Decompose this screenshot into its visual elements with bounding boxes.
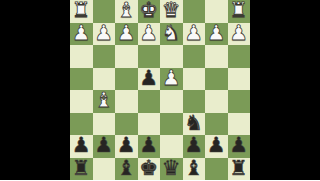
piece-black-pawn[interactable]: ♟ (117, 134, 136, 157)
square-g8[interactable] (93, 158, 116, 181)
square-a1[interactable]: ♜ (228, 0, 251, 23)
square-a7[interactable]: ♟ (228, 135, 251, 158)
square-b6[interactable] (205, 113, 228, 136)
piece-white-knight[interactable]: ♞ (162, 22, 181, 45)
piece-black-pawn[interactable]: ♟ (139, 67, 158, 90)
square-d4[interactable]: ♟ (160, 68, 183, 91)
piece-white-pawn[interactable]: ♟ (94, 22, 113, 45)
square-d5[interactable] (160, 90, 183, 113)
square-d3[interactable] (160, 45, 183, 68)
chess-board[interactable]: ♜♝♚♛♜♟♟♟♟♞♟♟♟♟♟♝♞♟♟♟♟♟♟♟♜♝♚♛♝♜ (70, 0, 250, 180)
square-g5[interactable]: ♝ (93, 90, 116, 113)
piece-black-knight[interactable]: ♞ (184, 112, 203, 135)
square-g1[interactable] (93, 0, 116, 23)
square-e5[interactable] (138, 90, 161, 113)
square-b1[interactable] (205, 0, 228, 23)
square-a8[interactable]: ♜ (228, 158, 251, 181)
piece-black-rook[interactable]: ♜ (229, 157, 248, 180)
square-a5[interactable] (228, 90, 251, 113)
piece-black-pawn[interactable]: ♟ (72, 134, 91, 157)
square-f6[interactable] (115, 113, 138, 136)
square-e2[interactable]: ♟ (138, 23, 161, 46)
square-d6[interactable] (160, 113, 183, 136)
square-f1[interactable]: ♝ (115, 0, 138, 23)
square-b4[interactable] (205, 68, 228, 91)
piece-white-pawn[interactable]: ♟ (184, 22, 203, 45)
piece-white-pawn[interactable]: ♟ (139, 22, 158, 45)
square-a2[interactable]: ♟ (228, 23, 251, 46)
piece-white-pawn[interactable]: ♟ (117, 22, 136, 45)
square-g6[interactable] (93, 113, 116, 136)
square-b3[interactable] (205, 45, 228, 68)
square-f5[interactable] (115, 90, 138, 113)
square-h4[interactable] (70, 68, 93, 91)
square-d7[interactable] (160, 135, 183, 158)
piece-white-pawn[interactable]: ♟ (229, 22, 248, 45)
square-c7[interactable]: ♟ (183, 135, 206, 158)
piece-black-pawn[interactable]: ♟ (229, 134, 248, 157)
piece-white-queen[interactable]: ♛ (162, 0, 181, 22)
square-h8[interactable]: ♜ (70, 158, 93, 181)
piece-white-bishop[interactable]: ♝ (94, 89, 113, 112)
square-a4[interactable] (228, 68, 251, 91)
square-f8[interactable]: ♝ (115, 158, 138, 181)
square-c6[interactable]: ♞ (183, 113, 206, 136)
piece-black-pawn[interactable]: ♟ (94, 134, 113, 157)
piece-white-rook[interactable]: ♜ (229, 0, 248, 22)
square-f3[interactable] (115, 45, 138, 68)
square-h2[interactable]: ♟ (70, 23, 93, 46)
square-h6[interactable] (70, 113, 93, 136)
square-b5[interactable] (205, 90, 228, 113)
square-f7[interactable]: ♟ (115, 135, 138, 158)
square-d8[interactable]: ♛ (160, 158, 183, 181)
square-c2[interactable]: ♟ (183, 23, 206, 46)
square-c8[interactable]: ♝ (183, 158, 206, 181)
piece-black-pawn[interactable]: ♟ (207, 134, 226, 157)
square-e1[interactable]: ♚ (138, 0, 161, 23)
square-e3[interactable] (138, 45, 161, 68)
piece-black-king[interactable]: ♚ (139, 157, 158, 180)
piece-black-bishop[interactable]: ♝ (184, 157, 203, 180)
square-e4[interactable]: ♟ (138, 68, 161, 91)
square-b7[interactable]: ♟ (205, 135, 228, 158)
square-c4[interactable] (183, 68, 206, 91)
square-f2[interactable]: ♟ (115, 23, 138, 46)
square-h5[interactable] (70, 90, 93, 113)
piece-white-king[interactable]: ♚ (139, 0, 158, 22)
piece-black-rook[interactable]: ♜ (72, 157, 91, 180)
app-background: ♜♝♚♛♜♟♟♟♟♞♟♟♟♟♟♝♞♟♟♟♟♟♟♟♜♝♚♛♝♜ (0, 0, 320, 180)
piece-white-pawn[interactable]: ♟ (162, 67, 181, 90)
square-c3[interactable] (183, 45, 206, 68)
piece-white-rook[interactable]: ♜ (72, 0, 91, 22)
square-e8[interactable]: ♚ (138, 158, 161, 181)
piece-white-bishop[interactable]: ♝ (117, 0, 136, 22)
square-h3[interactable] (70, 45, 93, 68)
square-c1[interactable] (183, 0, 206, 23)
square-c5[interactable] (183, 90, 206, 113)
piece-white-pawn[interactable]: ♟ (72, 22, 91, 45)
square-h1[interactable]: ♜ (70, 0, 93, 23)
square-b8[interactable] (205, 158, 228, 181)
square-h7[interactable]: ♟ (70, 135, 93, 158)
square-d2[interactable]: ♞ (160, 23, 183, 46)
square-g7[interactable]: ♟ (93, 135, 116, 158)
square-f4[interactable] (115, 68, 138, 91)
square-g2[interactable]: ♟ (93, 23, 116, 46)
square-g3[interactable] (93, 45, 116, 68)
piece-white-pawn[interactable]: ♟ (207, 22, 226, 45)
piece-black-pawn[interactable]: ♟ (139, 134, 158, 157)
piece-black-pawn[interactable]: ♟ (184, 134, 203, 157)
square-g4[interactable] (93, 68, 116, 91)
square-b2[interactable]: ♟ (205, 23, 228, 46)
square-e6[interactable] (138, 113, 161, 136)
piece-black-bishop[interactable]: ♝ (117, 157, 136, 180)
square-a3[interactable] (228, 45, 251, 68)
square-a6[interactable] (228, 113, 251, 136)
piece-black-queen[interactable]: ♛ (162, 157, 181, 180)
square-d1[interactable]: ♛ (160, 0, 183, 23)
square-e7[interactable]: ♟ (138, 135, 161, 158)
